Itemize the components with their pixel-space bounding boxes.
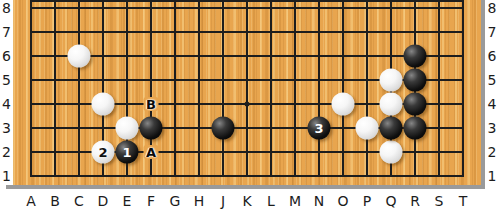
coord-label-right-7: 7 [485,25,499,39]
grid-line-horizontal-8 [30,7,464,9]
coord-label-bottom-Q: Q [385,194,396,208]
coord-label-bottom-C: C [74,194,84,208]
coord-label-left-7: 7 [0,25,13,39]
coord-label-bottom-P: P [363,194,371,208]
grid-line-horizontal-7 [30,31,464,33]
coord-label-bottom-K: K [242,194,251,208]
coord-label-bottom-A: A [26,194,36,208]
stone-black-N3[interactable]: 3 [308,117,331,140]
coord-label-bottom-O: O [337,194,348,208]
point-label-A: A [144,145,159,159]
coord-label-right-1: 1 [485,169,499,183]
coord-label-bottom-R: R [410,194,420,208]
move-number-E2: 1 [122,146,131,159]
stone-white-Q4[interactable] [380,93,403,116]
stone-black-E2[interactable]: 1 [116,141,139,164]
coord-label-bottom-L: L [267,194,275,208]
coord-label-bottom-M: M [289,194,301,208]
coord-label-bottom-G: G [170,194,181,208]
move-number-D2: 2 [98,146,107,159]
stone-black-R3[interactable] [404,117,427,140]
coord-label-right-8: 8 [485,1,499,15]
coord-label-right-2: 2 [485,145,499,159]
coord-label-left-3: 3 [0,121,13,135]
coord-label-bottom-D: D [98,194,109,208]
go-diagram: 213 AB 8877665544332211ABCDEFGHJKLMNOPQR… [0,0,500,212]
stone-white-D4[interactable] [92,93,115,116]
coord-label-right-5: 5 [485,73,499,87]
point-label-B: B [144,97,159,111]
stone-black-R6[interactable] [404,45,427,68]
coord-label-left-4: 4 [0,97,13,111]
coord-label-bottom-E: E [123,194,132,208]
stone-white-D2[interactable]: 2 [92,141,115,164]
stone-white-Q5[interactable] [380,69,403,92]
coord-label-bottom-F: F [147,194,155,208]
stone-white-O4[interactable] [332,93,355,116]
coord-label-left-8: 8 [0,1,13,15]
coord-label-right-4: 4 [485,97,499,111]
grid-line-horizontal-6 [30,55,464,57]
coord-label-bottom-N: N [314,194,324,208]
stone-white-Q2[interactable] [380,141,403,164]
coord-label-left-5: 5 [0,73,13,87]
move-number-N3: 3 [314,122,323,135]
grid-line-horizontal-1 [30,175,464,177]
coord-label-left-6: 6 [0,49,13,63]
coord-label-bottom-H: H [194,194,205,208]
star-point-K4 [245,102,250,107]
coord-label-left-1: 1 [0,169,13,183]
grid-crop-edge-top [30,0,464,2]
coord-label-bottom-J: J [221,194,225,208]
stone-black-R4[interactable] [404,93,427,116]
stone-white-E3[interactable] [116,117,139,140]
stone-black-Q3[interactable] [380,117,403,140]
coord-label-bottom-B: B [50,194,60,208]
stone-white-P3[interactable] [356,117,379,140]
coord-label-left-2: 2 [0,145,13,159]
stone-black-J3[interactable] [212,117,235,140]
coord-label-right-3: 3 [485,121,499,135]
stone-white-C6[interactable] [68,45,91,68]
coord-label-right-6: 6 [485,49,499,63]
stone-black-R5[interactable] [404,69,427,92]
board-shadow-bottom [6,185,485,189]
coord-label-bottom-S: S [435,194,444,208]
coord-label-bottom-T: T [459,194,468,208]
stone-black-F3[interactable] [140,117,163,140]
